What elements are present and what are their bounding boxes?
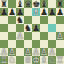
square-d3[interactable] xyxy=(24,40,32,48)
piece-black-pawn[interactable]: ♟ xyxy=(32,24,40,32)
square-e7[interactable]: ♗ xyxy=(32,8,40,16)
square-a1[interactable]: ♖ xyxy=(0,56,8,64)
square-g8[interactable] xyxy=(48,0,56,8)
square-b6[interactable] xyxy=(8,16,16,24)
square-e1[interactable]: ♔ xyxy=(32,56,40,64)
square-f6[interactable] xyxy=(40,16,48,24)
square-d5[interactable]: ♞ xyxy=(24,24,32,32)
piece-black-knight[interactable]: ♞ xyxy=(24,24,32,32)
square-e5[interactable]: ♟ xyxy=(32,24,40,32)
square-c5[interactable] xyxy=(16,24,24,32)
square-h5[interactable] xyxy=(56,24,64,32)
square-b7[interactable]: ♟ xyxy=(8,8,16,16)
piece-black-knight[interactable]: ♞ xyxy=(16,16,24,24)
piece-black-pawn[interactable]: ♟ xyxy=(56,8,64,16)
square-f7[interactable]: ♟ xyxy=(40,8,48,16)
piece-white-pawn[interactable]: ♙ xyxy=(56,32,64,40)
piece-black-rook[interactable]: ♜ xyxy=(0,0,8,8)
square-h2[interactable] xyxy=(56,48,64,56)
piece-black-bishop[interactable]: ♝ xyxy=(16,0,24,8)
square-b2[interactable]: ♙ xyxy=(8,48,16,56)
square-g4[interactable] xyxy=(48,32,56,40)
piece-black-pawn[interactable]: ♟ xyxy=(40,8,48,16)
piece-white-pawn[interactable]: ♙ xyxy=(32,48,40,56)
square-e3[interactable] xyxy=(32,40,40,48)
piece-black-rook[interactable]: ♜ xyxy=(56,0,64,8)
square-h3[interactable] xyxy=(56,40,64,48)
square-g6[interactable] xyxy=(48,16,56,24)
piece-black-pawn[interactable]: ♟ xyxy=(16,8,24,16)
square-f8[interactable]: ♝ xyxy=(40,0,48,8)
square-h6[interactable] xyxy=(56,16,64,24)
chess-board: ♜♝♛♚♝♜♟♟♟♗♟♟♟♞♞♟♙♙♙♙♙♙♙♙♖♘♕♔♗♘♖ xyxy=(0,0,64,64)
square-a7[interactable]: ♟ xyxy=(0,8,8,16)
square-e4[interactable] xyxy=(32,32,40,40)
piece-white-pawn[interactable]: ♙ xyxy=(0,48,8,56)
square-c2[interactable] xyxy=(16,48,24,56)
piece-white-rook[interactable]: ♖ xyxy=(56,56,64,64)
square-g3[interactable] xyxy=(48,40,56,48)
square-a5[interactable] xyxy=(0,24,8,32)
square-d7[interactable] xyxy=(24,8,32,16)
square-d1[interactable]: ♕ xyxy=(24,56,32,64)
square-g5[interactable] xyxy=(48,24,56,32)
piece-black-pawn[interactable]: ♟ xyxy=(0,8,8,16)
square-g1[interactable]: ♘ xyxy=(48,56,56,64)
piece-black-pawn[interactable]: ♟ xyxy=(8,8,16,16)
square-f2[interactable]: ♙ xyxy=(40,48,48,56)
square-b5[interactable] xyxy=(8,24,16,32)
square-c3[interactable] xyxy=(16,40,24,48)
square-b1[interactable]: ♘ xyxy=(8,56,16,64)
piece-black-bishop[interactable]: ♝ xyxy=(40,0,48,8)
piece-white-pawn[interactable]: ♙ xyxy=(8,48,16,56)
square-d4[interactable] xyxy=(24,32,32,40)
square-a8[interactable]: ♜ xyxy=(0,0,8,8)
piece-black-pawn[interactable]: ♟ xyxy=(48,8,56,16)
square-c6[interactable]: ♞ xyxy=(16,16,24,24)
piece-white-queen[interactable]: ♕ xyxy=(24,56,32,64)
piece-black-queen[interactable]: ♛ xyxy=(24,0,32,8)
square-f1[interactable]: ♗ xyxy=(40,56,48,64)
square-g7[interactable]: ♟ xyxy=(48,8,56,16)
square-a3[interactable] xyxy=(0,40,8,48)
square-e8[interactable]: ♚ xyxy=(32,0,40,8)
square-f5[interactable] xyxy=(40,24,48,32)
piece-white-king[interactable]: ♔ xyxy=(32,56,40,64)
piece-white-rook[interactable]: ♖ xyxy=(0,56,8,64)
square-h7[interactable]: ♟ xyxy=(56,8,64,16)
piece-white-pawn[interactable]: ♙ xyxy=(48,48,56,56)
square-h1[interactable]: ♖ xyxy=(56,56,64,64)
square-d8[interactable]: ♛ xyxy=(24,0,32,8)
square-f4[interactable] xyxy=(40,32,48,40)
piece-white-knight[interactable]: ♘ xyxy=(48,56,56,64)
square-h4[interactable]: ♙ xyxy=(56,32,64,40)
square-d2[interactable]: ♙ xyxy=(24,48,32,56)
square-b3[interactable] xyxy=(8,40,16,48)
square-d6[interactable] xyxy=(24,16,32,24)
square-f3[interactable] xyxy=(40,40,48,48)
square-c8[interactable]: ♝ xyxy=(16,0,24,8)
piece-white-bishop[interactable]: ♗ xyxy=(32,8,40,16)
piece-white-pawn[interactable]: ♙ xyxy=(24,48,32,56)
square-b8[interactable] xyxy=(8,0,16,8)
square-c1[interactable] xyxy=(16,56,24,64)
square-a4[interactable] xyxy=(0,32,8,40)
piece-white-pawn[interactable]: ♙ xyxy=(40,48,48,56)
square-g2[interactable]: ♙ xyxy=(48,48,56,56)
square-a2[interactable]: ♙ xyxy=(0,48,8,56)
square-b4[interactable] xyxy=(8,32,16,40)
piece-black-king[interactable]: ♚ xyxy=(32,0,40,8)
square-e2[interactable]: ♙ xyxy=(32,48,40,56)
piece-white-knight[interactable]: ♘ xyxy=(8,56,16,64)
piece-white-pawn[interactable]: ♙ xyxy=(16,32,24,40)
square-c4[interactable]: ♙ xyxy=(16,32,24,40)
square-h8[interactable]: ♜ xyxy=(56,0,64,8)
piece-white-bishop[interactable]: ♗ xyxy=(40,56,48,64)
square-e6[interactable] xyxy=(32,16,40,24)
square-c7[interactable]: ♟ xyxy=(16,8,24,16)
square-a6[interactable] xyxy=(0,16,8,24)
